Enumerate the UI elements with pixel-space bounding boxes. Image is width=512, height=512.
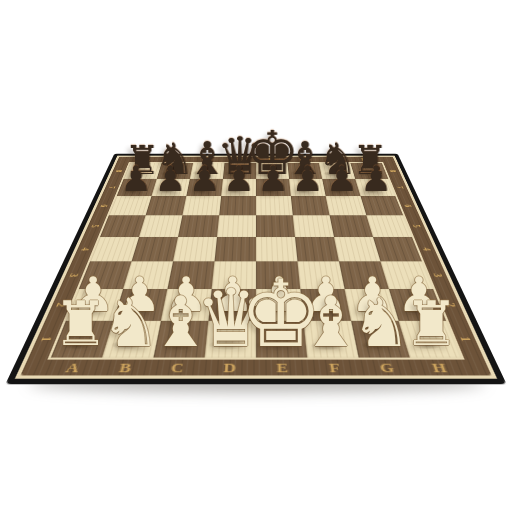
file-labels-top: ABCDEFGH bbox=[130, 157, 381, 163]
square-c5 bbox=[178, 215, 219, 237]
file-labels-bottom: ABCDEFGH bbox=[44, 360, 469, 376]
file-label-a-bottom: A bbox=[44, 360, 102, 376]
file-label-f-top: F bbox=[287, 157, 319, 163]
square-e4 bbox=[256, 237, 297, 261]
file-label-b-top: B bbox=[162, 157, 195, 163]
file-label-f-bottom: F bbox=[307, 360, 362, 376]
square-f5 bbox=[293, 215, 334, 237]
square-f1 bbox=[304, 321, 359, 358]
square-b1 bbox=[102, 321, 161, 358]
square-e7 bbox=[256, 179, 291, 196]
square-d1 bbox=[205, 321, 256, 358]
square-c8 bbox=[190, 163, 225, 179]
chess-board: ABCDEFGH ABCDEFGH 87654321 87654321 bbox=[5, 154, 506, 385]
square-e3 bbox=[256, 261, 300, 289]
square-h8 bbox=[350, 163, 388, 179]
square-c1 bbox=[153, 321, 208, 358]
square-d5 bbox=[217, 215, 256, 237]
square-g8 bbox=[319, 163, 355, 179]
square-d8 bbox=[223, 163, 256, 179]
square-e8 bbox=[256, 163, 289, 179]
square-a8 bbox=[124, 163, 162, 179]
file-label-a-top: A bbox=[130, 157, 163, 163]
square-f4 bbox=[295, 237, 339, 261]
file-label-g-bottom: G bbox=[359, 360, 415, 376]
file-label-h-bottom: H bbox=[410, 360, 468, 376]
square-d2 bbox=[208, 289, 256, 321]
square-c6 bbox=[182, 196, 221, 215]
square-e2 bbox=[256, 289, 304, 321]
file-label-e-bottom: E bbox=[256, 360, 309, 376]
square-d6 bbox=[219, 196, 256, 215]
square-f2 bbox=[300, 289, 351, 321]
square-b7 bbox=[152, 179, 190, 196]
square-d7 bbox=[221, 179, 256, 196]
square-b5 bbox=[139, 215, 182, 237]
file-label-c-top: C bbox=[193, 157, 225, 163]
square-b6 bbox=[146, 196, 187, 215]
square-d3 bbox=[212, 261, 256, 289]
chess-product-photo: ABCDEFGH ABCDEFGH 87654321 87654321 ♜♞♝♛… bbox=[0, 0, 512, 512]
square-b2 bbox=[113, 289, 167, 321]
square-g7 bbox=[322, 179, 360, 196]
square-e6 bbox=[256, 196, 293, 215]
square-f7 bbox=[289, 179, 326, 196]
square-c4 bbox=[173, 237, 217, 261]
file-label-h-top: H bbox=[348, 157, 381, 163]
square-f6 bbox=[291, 196, 330, 215]
perspective-scene: ABCDEFGH ABCDEFGH 87654321 87654321 bbox=[75, 56, 437, 418]
square-e5 bbox=[256, 215, 295, 237]
square-b8 bbox=[157, 163, 193, 179]
file-label-b-bottom: B bbox=[97, 360, 153, 376]
file-label-g-top: G bbox=[318, 157, 351, 163]
file-label-d-top: D bbox=[225, 157, 256, 163]
square-f3 bbox=[297, 261, 344, 289]
square-f8 bbox=[287, 163, 322, 179]
square-b4 bbox=[132, 237, 178, 261]
square-d4 bbox=[215, 237, 256, 261]
square-b3 bbox=[123, 261, 173, 289]
square-h7 bbox=[355, 179, 395, 196]
square-h6 bbox=[360, 196, 403, 215]
file-label-e-top: E bbox=[256, 157, 287, 163]
square-a6 bbox=[109, 196, 152, 215]
square-c3 bbox=[167, 261, 214, 289]
file-label-c-bottom: C bbox=[150, 360, 205, 376]
file-label-d-bottom: D bbox=[203, 360, 256, 376]
square-g6 bbox=[326, 196, 367, 215]
square-e1 bbox=[256, 321, 307, 358]
square-a7 bbox=[117, 179, 157, 196]
square-c2 bbox=[161, 289, 212, 321]
square-c7 bbox=[186, 179, 223, 196]
